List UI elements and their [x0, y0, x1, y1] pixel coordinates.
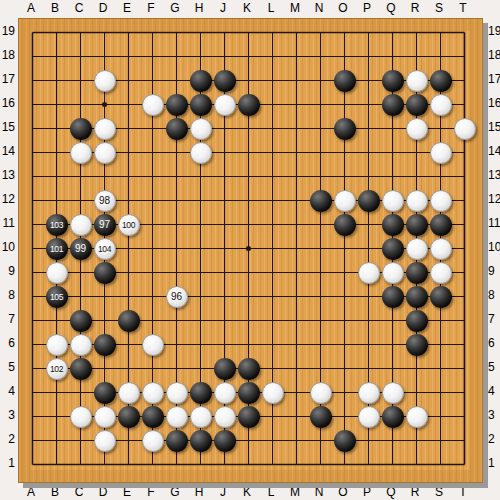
intersection[interactable] [213, 45, 237, 69]
intersection[interactable] [309, 213, 333, 237]
intersection[interactable] [117, 165, 141, 189]
intersection[interactable] [165, 309, 189, 333]
intersection[interactable] [21, 429, 45, 453]
intersection[interactable] [189, 333, 213, 357]
intersection[interactable] [93, 141, 117, 165]
intersection[interactable] [453, 333, 477, 357]
intersection[interactable] [453, 237, 477, 261]
intersection[interactable] [165, 213, 189, 237]
intersection[interactable] [333, 309, 357, 333]
intersection[interactable] [165, 93, 189, 117]
intersection[interactable] [213, 117, 237, 141]
intersection[interactable] [117, 333, 141, 357]
intersection[interactable] [141, 237, 165, 261]
intersection[interactable] [261, 429, 285, 453]
intersection[interactable] [453, 357, 477, 381]
intersection[interactable] [405, 189, 429, 213]
intersection[interactable] [333, 45, 357, 69]
intersection[interactable] [21, 357, 45, 381]
intersection[interactable] [189, 213, 213, 237]
intersection[interactable] [261, 261, 285, 285]
intersection[interactable] [405, 333, 429, 357]
intersection[interactable] [93, 117, 117, 141]
intersection[interactable] [93, 45, 117, 69]
intersection[interactable] [45, 429, 69, 453]
intersection[interactable] [381, 117, 405, 141]
intersection[interactable] [309, 453, 333, 477]
intersection[interactable] [309, 165, 333, 189]
intersection[interactable] [429, 93, 453, 117]
intersection[interactable] [45, 453, 69, 477]
intersection[interactable] [381, 45, 405, 69]
intersection[interactable] [429, 261, 453, 285]
intersection[interactable] [141, 333, 165, 357]
intersection[interactable] [261, 285, 285, 309]
intersection[interactable] [213, 429, 237, 453]
intersection[interactable] [429, 285, 453, 309]
intersection[interactable] [381, 237, 405, 261]
intersection[interactable] [69, 189, 93, 213]
intersection[interactable] [333, 189, 357, 213]
intersection[interactable] [45, 69, 69, 93]
intersection[interactable] [237, 357, 261, 381]
intersection[interactable] [357, 117, 381, 141]
intersection[interactable] [141, 309, 165, 333]
intersection[interactable] [21, 189, 45, 213]
intersection[interactable] [381, 285, 405, 309]
intersection[interactable] [213, 333, 237, 357]
intersection[interactable] [117, 93, 141, 117]
intersection[interactable] [45, 45, 69, 69]
intersection[interactable] [357, 261, 381, 285]
intersection[interactable] [429, 405, 453, 429]
intersection[interactable] [333, 357, 357, 381]
intersection[interactable] [117, 285, 141, 309]
intersection[interactable] [405, 429, 429, 453]
intersection[interactable] [213, 69, 237, 93]
intersection[interactable] [189, 21, 213, 45]
intersection[interactable] [453, 69, 477, 93]
intersection[interactable] [381, 405, 405, 429]
intersection[interactable] [429, 165, 453, 189]
intersection[interactable] [333, 141, 357, 165]
intersection[interactable] [357, 93, 381, 117]
intersection[interactable] [69, 213, 93, 237]
intersection[interactable] [381, 21, 405, 45]
intersection[interactable] [405, 357, 429, 381]
intersection[interactable] [165, 117, 189, 141]
intersection[interactable] [261, 237, 285, 261]
intersection[interactable] [285, 117, 309, 141]
intersection[interactable] [429, 213, 453, 237]
intersection[interactable] [381, 141, 405, 165]
intersection[interactable] [141, 21, 165, 45]
intersection[interactable] [285, 357, 309, 381]
intersection[interactable] [429, 237, 453, 261]
intersection[interactable] [69, 117, 93, 141]
intersection[interactable] [117, 141, 141, 165]
intersection[interactable] [285, 213, 309, 237]
intersection[interactable] [309, 117, 333, 141]
intersection[interactable] [165, 405, 189, 429]
intersection[interactable] [285, 405, 309, 429]
intersection[interactable] [69, 141, 93, 165]
intersection[interactable] [189, 261, 213, 285]
intersection[interactable] [261, 309, 285, 333]
intersection[interactable] [237, 261, 261, 285]
intersection[interactable] [453, 405, 477, 429]
intersection[interactable] [429, 309, 453, 333]
intersection[interactable] [261, 45, 285, 69]
intersection[interactable] [213, 21, 237, 45]
intersection[interactable] [117, 189, 141, 213]
intersection[interactable] [165, 237, 189, 261]
intersection[interactable] [165, 261, 189, 285]
intersection[interactable] [69, 405, 93, 429]
intersection[interactable] [69, 93, 93, 117]
intersection[interactable] [405, 141, 429, 165]
intersection[interactable] [285, 261, 309, 285]
intersection[interactable] [237, 405, 261, 429]
intersection[interactable] [117, 381, 141, 405]
intersection[interactable] [237, 21, 261, 45]
intersection[interactable] [381, 261, 405, 285]
intersection[interactable] [117, 261, 141, 285]
intersection[interactable] [405, 309, 429, 333]
intersection[interactable] [405, 117, 429, 141]
intersection[interactable] [309, 189, 333, 213]
intersection[interactable] [429, 429, 453, 453]
intersection[interactable] [405, 69, 429, 93]
intersection[interactable] [117, 45, 141, 69]
intersection[interactable] [429, 357, 453, 381]
intersection[interactable] [189, 285, 213, 309]
intersection[interactable]: 101 [45, 237, 69, 261]
intersection[interactable] [453, 381, 477, 405]
intersection[interactable] [381, 381, 405, 405]
intersection[interactable] [189, 453, 213, 477]
intersection[interactable] [333, 429, 357, 453]
intersection[interactable] [93, 261, 117, 285]
intersection[interactable] [141, 285, 165, 309]
intersection[interactable] [93, 453, 117, 477]
intersection[interactable] [117, 357, 141, 381]
intersection[interactable] [93, 309, 117, 333]
intersection[interactable] [285, 165, 309, 189]
intersection[interactable] [141, 357, 165, 381]
intersection[interactable] [165, 357, 189, 381]
intersection[interactable] [141, 381, 165, 405]
intersection[interactable] [333, 285, 357, 309]
intersection[interactable] [237, 285, 261, 309]
intersection[interactable] [21, 69, 45, 93]
intersection[interactable] [45, 261, 69, 285]
intersection[interactable] [357, 453, 381, 477]
intersection[interactable] [237, 165, 261, 189]
intersection[interactable] [141, 117, 165, 141]
intersection[interactable] [357, 141, 381, 165]
intersection[interactable] [237, 213, 261, 237]
intersection[interactable] [141, 165, 165, 189]
intersection[interactable] [429, 45, 453, 69]
intersection[interactable] [429, 453, 453, 477]
intersection[interactable] [333, 21, 357, 45]
intersection[interactable] [285, 93, 309, 117]
intersection[interactable] [21, 381, 45, 405]
intersection[interactable] [165, 453, 189, 477]
intersection[interactable] [117, 21, 141, 45]
intersection[interactable] [309, 21, 333, 45]
intersection[interactable] [45, 405, 69, 429]
intersection[interactable] [357, 285, 381, 309]
intersection[interactable] [141, 93, 165, 117]
intersection[interactable] [237, 141, 261, 165]
intersection[interactable] [21, 45, 45, 69]
intersection[interactable] [405, 213, 429, 237]
intersection[interactable] [237, 69, 261, 93]
intersection[interactable] [309, 429, 333, 453]
intersection[interactable] [141, 429, 165, 453]
intersection[interactable] [333, 261, 357, 285]
intersection[interactable] [357, 69, 381, 93]
intersection[interactable] [309, 357, 333, 381]
intersection[interactable] [453, 45, 477, 69]
intersection[interactable] [309, 261, 333, 285]
intersection[interactable]: 96 [165, 285, 189, 309]
intersection[interactable] [21, 165, 45, 189]
intersection[interactable] [333, 453, 357, 477]
intersection[interactable] [285, 141, 309, 165]
intersection[interactable] [453, 285, 477, 309]
intersection[interactable] [285, 381, 309, 405]
intersection[interactable] [213, 141, 237, 165]
intersection[interactable] [213, 381, 237, 405]
intersection[interactable] [357, 357, 381, 381]
intersection[interactable] [261, 453, 285, 477]
intersection[interactable] [261, 21, 285, 45]
intersection[interactable] [309, 381, 333, 405]
intersection[interactable] [381, 213, 405, 237]
intersection[interactable] [189, 405, 213, 429]
intersection[interactable] [309, 141, 333, 165]
intersection[interactable] [213, 285, 237, 309]
intersection[interactable] [69, 453, 93, 477]
intersection[interactable] [261, 93, 285, 117]
intersection[interactable] [429, 117, 453, 141]
intersection[interactable] [333, 237, 357, 261]
intersection[interactable] [285, 285, 309, 309]
intersection[interactable] [405, 237, 429, 261]
intersection[interactable] [261, 405, 285, 429]
intersection[interactable] [237, 237, 261, 261]
intersection[interactable] [165, 21, 189, 45]
intersection[interactable] [45, 141, 69, 165]
intersection[interactable] [429, 69, 453, 93]
intersection[interactable] [285, 69, 309, 93]
intersection[interactable] [381, 189, 405, 213]
intersection[interactable] [405, 93, 429, 117]
intersection[interactable] [21, 21, 45, 45]
intersection[interactable] [189, 189, 213, 213]
intersection[interactable] [357, 333, 381, 357]
intersection[interactable] [405, 381, 429, 405]
intersection[interactable] [405, 45, 429, 69]
intersection[interactable] [141, 261, 165, 285]
intersection[interactable] [117, 405, 141, 429]
intersection[interactable] [453, 165, 477, 189]
intersection[interactable] [165, 333, 189, 357]
intersection[interactable] [453, 309, 477, 333]
intersection[interactable] [69, 69, 93, 93]
intersection[interactable] [453, 261, 477, 285]
intersection[interactable] [189, 45, 213, 69]
intersection[interactable] [309, 69, 333, 93]
intersection[interactable] [189, 165, 213, 189]
intersection[interactable] [213, 189, 237, 213]
intersection[interactable] [453, 117, 477, 141]
intersection[interactable] [405, 405, 429, 429]
intersection[interactable]: 98 [93, 189, 117, 213]
intersection[interactable] [21, 453, 45, 477]
intersection[interactable] [69, 309, 93, 333]
intersection[interactable] [165, 381, 189, 405]
intersection[interactable] [117, 117, 141, 141]
intersection[interactable] [93, 21, 117, 45]
intersection[interactable] [333, 381, 357, 405]
intersection[interactable] [333, 117, 357, 141]
intersection[interactable] [93, 429, 117, 453]
intersection[interactable] [309, 237, 333, 261]
intersection[interactable] [429, 189, 453, 213]
intersection[interactable] [261, 117, 285, 141]
intersection[interactable] [21, 237, 45, 261]
intersection[interactable] [285, 45, 309, 69]
intersection[interactable] [21, 405, 45, 429]
intersection[interactable] [453, 189, 477, 213]
intersection[interactable] [261, 189, 285, 213]
intersection[interactable] [357, 189, 381, 213]
intersection[interactable]: 102 [45, 357, 69, 381]
intersection[interactable] [285, 21, 309, 45]
intersection[interactable] [357, 309, 381, 333]
intersection[interactable] [213, 261, 237, 285]
intersection[interactable] [237, 333, 261, 357]
intersection[interactable] [333, 333, 357, 357]
intersection[interactable] [261, 69, 285, 93]
intersection[interactable] [261, 165, 285, 189]
intersection[interactable] [309, 405, 333, 429]
intersection[interactable] [141, 405, 165, 429]
intersection[interactable] [429, 333, 453, 357]
intersection[interactable] [333, 93, 357, 117]
intersection[interactable] [333, 405, 357, 429]
intersection[interactable] [165, 141, 189, 165]
intersection[interactable] [285, 453, 309, 477]
intersection[interactable] [261, 357, 285, 381]
intersection[interactable] [357, 429, 381, 453]
intersection[interactable] [309, 93, 333, 117]
intersection[interactable] [45, 381, 69, 405]
intersection[interactable] [69, 261, 93, 285]
intersection[interactable] [165, 45, 189, 69]
intersection[interactable] [309, 333, 333, 357]
intersection[interactable]: 99 [69, 237, 93, 261]
intersection[interactable] [21, 309, 45, 333]
intersection[interactable] [189, 309, 213, 333]
intersection[interactable] [357, 381, 381, 405]
intersection[interactable] [21, 213, 45, 237]
intersection[interactable] [213, 309, 237, 333]
intersection[interactable] [357, 405, 381, 429]
intersection[interactable] [93, 69, 117, 93]
intersection[interactable] [189, 117, 213, 141]
intersection[interactable] [69, 333, 93, 357]
intersection[interactable] [69, 357, 93, 381]
intersection[interactable] [165, 69, 189, 93]
intersection[interactable] [309, 285, 333, 309]
intersection[interactable] [333, 69, 357, 93]
intersection[interactable] [213, 237, 237, 261]
intersection[interactable] [405, 165, 429, 189]
intersection[interactable] [45, 165, 69, 189]
intersection[interactable] [69, 21, 93, 45]
intersection[interactable] [453, 453, 477, 477]
intersection[interactable]: 100 [117, 213, 141, 237]
intersection[interactable] [357, 45, 381, 69]
intersection[interactable] [237, 45, 261, 69]
intersection[interactable] [189, 141, 213, 165]
intersection[interactable] [117, 69, 141, 93]
intersection[interactable] [93, 165, 117, 189]
intersection[interactable] [285, 189, 309, 213]
intersection[interactable] [45, 333, 69, 357]
intersection[interactable]: 104 [93, 237, 117, 261]
intersection[interactable] [141, 141, 165, 165]
intersection[interactable] [357, 213, 381, 237]
intersection[interactable] [93, 285, 117, 309]
intersection[interactable] [93, 381, 117, 405]
intersection[interactable] [357, 165, 381, 189]
intersection[interactable] [21, 261, 45, 285]
intersection[interactable] [405, 261, 429, 285]
intersection[interactable] [21, 333, 45, 357]
intersection[interactable] [69, 381, 93, 405]
intersection[interactable] [141, 453, 165, 477]
intersection[interactable] [213, 453, 237, 477]
intersection[interactable] [333, 213, 357, 237]
intersection[interactable] [429, 21, 453, 45]
intersection[interactable] [117, 453, 141, 477]
intersection[interactable] [381, 333, 405, 357]
intersection[interactable] [405, 21, 429, 45]
intersection[interactable] [93, 405, 117, 429]
intersection[interactable] [285, 429, 309, 453]
intersection[interactable] [165, 429, 189, 453]
intersection[interactable] [213, 357, 237, 381]
intersection[interactable] [141, 189, 165, 213]
intersection[interactable] [117, 237, 141, 261]
intersection[interactable] [45, 309, 69, 333]
intersection[interactable]: 103 [45, 213, 69, 237]
intersection[interactable] [309, 45, 333, 69]
intersection[interactable] [381, 69, 405, 93]
intersection[interactable] [453, 93, 477, 117]
intersection[interactable] [141, 45, 165, 69]
intersection[interactable] [357, 21, 381, 45]
intersection[interactable] [381, 429, 405, 453]
intersection[interactable] [189, 381, 213, 405]
intersection[interactable] [189, 93, 213, 117]
